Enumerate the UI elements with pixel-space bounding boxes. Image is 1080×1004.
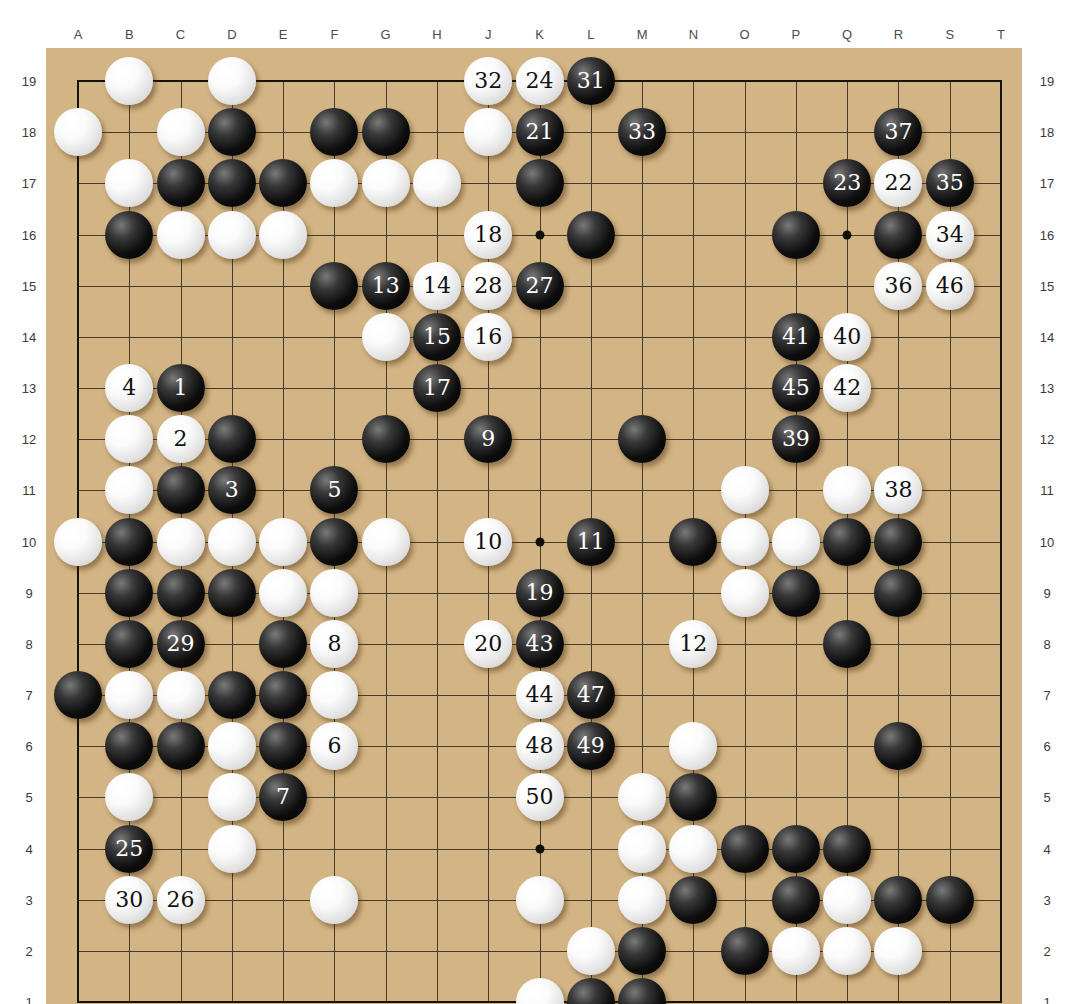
stone-B3: 30 [105,876,153,924]
stone-Q17: 23 [823,159,871,207]
stone-K6: 48 [516,722,564,770]
stone-E17 [259,159,307,207]
stone-P3 [772,876,820,924]
stone-J16: 18 [464,211,512,259]
column-label-T: T [997,27,1005,42]
row-label-right-9: 9 [1043,585,1050,600]
row-label-left-12: 12 [22,432,36,447]
stone-B8 [105,620,153,668]
stone-B17 [105,159,153,207]
stone-O4 [721,825,769,873]
move-number: 38 [884,466,912,514]
stone-C18 [157,108,205,156]
stone-C16 [157,211,205,259]
stone-J19: 32 [464,57,512,105]
row-label-left-13: 13 [22,381,36,396]
stone-M12 [618,415,666,463]
stone-F10 [310,518,358,566]
stone-B9 [105,569,153,617]
stone-K18: 21 [516,108,564,156]
stone-K7: 44 [516,671,564,719]
stone-Q3 [823,876,871,924]
stone-F7 [310,671,358,719]
column-label-G: G [381,27,391,42]
row-label-right-2: 2 [1043,943,1050,958]
stone-Q10 [823,518,871,566]
move-number: 28 [474,262,502,310]
column-label-L: L [587,27,594,42]
stone-R18: 37 [874,108,922,156]
stone-H15: 14 [413,262,461,310]
stone-G14 [362,313,410,361]
stone-C6 [157,722,205,770]
stone-C9 [157,569,205,617]
move-number: 33 [628,108,656,156]
stone-L6: 49 [567,722,615,770]
stone-F18 [310,108,358,156]
stone-C11 [157,466,205,514]
stone-C12: 2 [157,415,205,463]
stone-A18 [54,108,102,156]
stone-L7: 47 [567,671,615,719]
row-label-left-8: 8 [25,636,32,651]
stone-S16: 34 [926,211,974,259]
stone-F9 [310,569,358,617]
move-number: 27 [526,262,554,310]
move-number: 15 [423,313,451,361]
stone-F15 [310,262,358,310]
stone-D4 [208,825,256,873]
stone-G15: 13 [362,262,410,310]
column-label-J: J [485,27,492,42]
move-number: 12 [679,620,707,668]
stone-E7 [259,671,307,719]
move-number: 19 [526,569,554,617]
stone-C10 [157,518,205,566]
stone-A10 [54,518,102,566]
move-number: 46 [936,262,964,310]
row-label-left-14: 14 [22,329,36,344]
column-label-M: M [637,27,648,42]
stone-J14: 16 [464,313,512,361]
stone-N4 [669,825,717,873]
column-label-A: A [74,27,83,42]
stone-G18 [362,108,410,156]
row-label-right-12: 12 [1040,432,1054,447]
move-number: 35 [936,159,964,207]
row-label-right-3: 3 [1043,892,1050,907]
stone-R3 [874,876,922,924]
move-number: 10 [474,518,502,566]
stone-R2 [874,927,922,975]
stone-J18 [464,108,512,156]
move-number: 13 [372,262,400,310]
star-point-K4 [535,844,544,853]
row-label-right-10: 10 [1040,534,1054,549]
stone-K8: 43 [516,620,564,668]
stone-O2 [721,927,769,975]
stone-Q14: 40 [823,313,871,361]
stone-C3: 26 [157,876,205,924]
stone-P2 [772,927,820,975]
stone-E9 [259,569,307,617]
row-label-left-5: 5 [25,790,32,805]
stone-Q13: 42 [823,364,871,412]
stone-E5: 7 [259,773,307,821]
stone-K19: 24 [516,57,564,105]
stone-R10 [874,518,922,566]
stone-F8: 8 [310,620,358,668]
stone-E10 [259,518,307,566]
stone-E6 [259,722,307,770]
stone-P16 [772,211,820,259]
column-label-D: D [227,27,236,42]
go-diagram-page: 3224312133372322351834131428273646151641… [0,0,1080,1004]
stone-Q11 [823,466,871,514]
stone-E16 [259,211,307,259]
stone-R11: 38 [874,466,922,514]
stone-D11: 3 [208,466,256,514]
stone-O11 [721,466,769,514]
move-number: 18 [474,211,502,259]
stone-C13: 1 [157,364,205,412]
move-number: 25 [115,825,143,873]
stone-M5 [618,773,666,821]
stone-D10 [208,518,256,566]
stone-F3 [310,876,358,924]
stone-L19: 31 [567,57,615,105]
row-label-right-16: 16 [1040,227,1054,242]
stone-D16 [208,211,256,259]
stone-K9: 19 [516,569,564,617]
stone-R15: 36 [874,262,922,310]
stone-C7 [157,671,205,719]
move-number: 47 [577,671,605,719]
stone-D17 [208,159,256,207]
stone-B19 [105,57,153,105]
move-number: 7 [276,773,290,821]
stone-G17 [362,159,410,207]
stone-P9 [772,569,820,617]
stone-B11 [105,466,153,514]
stone-E8 [259,620,307,668]
column-label-C: C [176,27,185,42]
row-label-left-4: 4 [25,841,32,856]
row-label-left-1: 1 [25,995,32,1004]
move-number: 39 [782,415,810,463]
row-label-right-1: 1 [1043,995,1050,1004]
row-label-left-11: 11 [22,483,36,498]
stone-R6 [874,722,922,770]
move-number: 23 [833,159,861,207]
stone-C8: 29 [157,620,205,668]
stone-R16 [874,211,922,259]
stone-L10: 11 [567,518,615,566]
stone-B6 [105,722,153,770]
stone-D18 [208,108,256,156]
move-number: 36 [884,262,912,310]
move-number: 21 [526,108,554,156]
stone-H13: 17 [413,364,461,412]
move-number: 26 [167,876,195,924]
row-label-right-17: 17 [1040,176,1054,191]
move-number: 2 [174,415,188,463]
stone-D6 [208,722,256,770]
stone-R17: 22 [874,159,922,207]
move-number: 5 [327,466,341,514]
move-number: 44 [526,671,554,719]
row-label-left-3: 3 [25,892,32,907]
column-label-H: H [432,27,441,42]
stone-H17 [413,159,461,207]
move-number: 29 [167,620,195,668]
stone-N3 [669,876,717,924]
stone-R9 [874,569,922,617]
move-number: 32 [474,57,502,105]
move-number: 48 [526,722,554,770]
row-label-left-7: 7 [25,688,32,703]
star-point-Q16 [843,230,852,239]
move-number: 17 [423,364,451,412]
move-number: 9 [481,415,495,463]
column-label-O: O [740,27,750,42]
stone-O10 [721,518,769,566]
move-number: 43 [526,620,554,668]
stone-S17: 35 [926,159,974,207]
star-point-K16 [535,230,544,239]
row-label-left-6: 6 [25,739,32,754]
move-number: 16 [474,313,502,361]
stone-N8: 12 [669,620,717,668]
move-number: 4 [122,364,136,412]
stone-B4: 25 [105,825,153,873]
stone-N6 [669,722,717,770]
stone-J8: 20 [464,620,512,668]
stone-Q8 [823,620,871,668]
stone-M3 [618,876,666,924]
row-label-right-13: 13 [1040,381,1054,396]
move-number: 6 [327,722,341,770]
column-label-R: R [894,27,903,42]
column-label-N: N [689,27,698,42]
column-label-E: E [279,27,288,42]
move-number: 14 [423,262,451,310]
column-label-S: S [945,27,954,42]
stone-J12: 9 [464,415,512,463]
move-number: 24 [526,57,554,105]
row-label-left-2: 2 [25,943,32,958]
move-number: 22 [884,159,912,207]
stone-O9 [721,569,769,617]
stone-L2 [567,927,615,975]
stone-K17 [516,159,564,207]
stone-F6: 6 [310,722,358,770]
move-number: 45 [782,364,810,412]
move-number: 42 [833,364,861,412]
move-number: 37 [884,108,912,156]
stone-C17 [157,159,205,207]
stone-G12 [362,415,410,463]
move-number: 8 [327,620,341,668]
move-number: 11 [577,518,605,566]
row-label-left-17: 17 [22,176,36,191]
move-number: 40 [833,313,861,361]
row-label-left-18: 18 [22,125,36,140]
stone-M4 [618,825,666,873]
move-number: 34 [936,211,964,259]
stone-D19 [208,57,256,105]
stone-G10 [362,518,410,566]
stone-B16 [105,211,153,259]
stone-M2 [618,927,666,975]
row-label-right-19: 19 [1040,74,1054,89]
stone-Q2 [823,927,871,975]
stone-P12: 39 [772,415,820,463]
stone-N10 [669,518,717,566]
row-label-right-18: 18 [1040,125,1054,140]
stone-B7 [105,671,153,719]
stone-K15: 27 [516,262,564,310]
stone-P10 [772,518,820,566]
stone-S3 [926,876,974,924]
row-label-right-6: 6 [1043,739,1050,754]
move-number: 3 [225,466,239,514]
column-label-K: K [535,27,544,42]
move-number: 41 [782,313,810,361]
move-number: 49 [577,722,605,770]
stone-F17 [310,159,358,207]
row-label-left-9: 9 [25,585,32,600]
row-label-left-15: 15 [22,278,36,293]
move-number: 20 [474,620,502,668]
stone-P4 [772,825,820,873]
row-label-left-16: 16 [22,227,36,242]
stone-S15: 46 [926,262,974,310]
column-label-P: P [792,27,801,42]
move-number: 31 [577,57,605,105]
stone-D12 [208,415,256,463]
stone-N5 [669,773,717,821]
stone-D9 [208,569,256,617]
column-label-B: B [125,27,134,42]
stone-K5: 50 [516,773,564,821]
stone-F11: 5 [310,466,358,514]
stone-B5 [105,773,153,821]
row-label-right-14: 14 [1040,329,1054,344]
star-point-K10 [535,537,544,546]
move-number: 1 [174,364,188,412]
row-label-right-8: 8 [1043,636,1050,651]
go-board[interactable]: 3224312133372322351834131428273646151641… [46,48,1022,1004]
stone-D5 [208,773,256,821]
move-number: 50 [526,773,554,821]
stone-M18: 33 [618,108,666,156]
row-label-right-15: 15 [1040,278,1054,293]
stone-J15: 28 [464,262,512,310]
row-label-right-7: 7 [1043,688,1050,703]
stone-Q4 [823,825,871,873]
stone-B12 [105,415,153,463]
row-label-left-19: 19 [22,74,36,89]
stone-J10: 10 [464,518,512,566]
stone-K3 [516,876,564,924]
stone-A7 [54,671,102,719]
stone-P14: 41 [772,313,820,361]
stone-B13: 4 [105,364,153,412]
column-label-F: F [330,27,338,42]
stone-L16 [567,211,615,259]
stone-H14: 15 [413,313,461,361]
stone-B10 [105,518,153,566]
row-label-right-4: 4 [1043,841,1050,856]
column-label-Q: Q [842,27,852,42]
stone-D7 [208,671,256,719]
row-label-left-10: 10 [22,534,36,549]
move-number: 30 [115,876,143,924]
stone-P13: 45 [772,364,820,412]
row-label-right-11: 11 [1040,483,1054,498]
row-label-right-5: 5 [1043,790,1050,805]
